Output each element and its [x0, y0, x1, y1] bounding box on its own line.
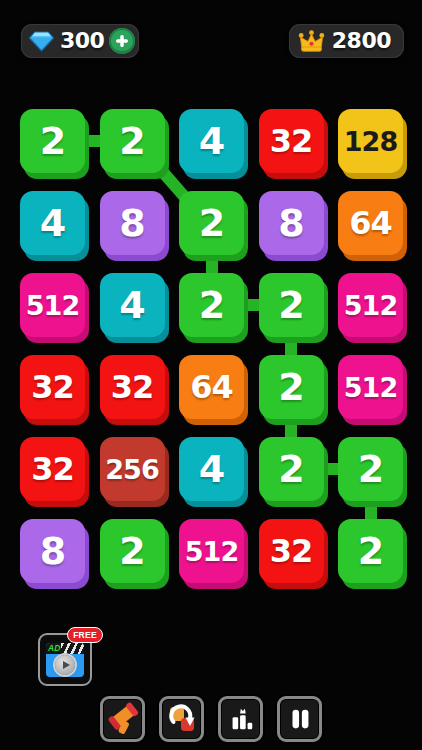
tile-r4c3-value-64[interactable]: 64: [179, 355, 244, 419]
leaderboard-crown-icon: [226, 704, 256, 734]
board: 2243212848286451242251232326425123225642…: [0, 0, 422, 620]
hammer-icon: [106, 702, 140, 736]
tile-r1c1-value-2[interactable]: 2: [20, 109, 85, 173]
pause-button[interactable]: [277, 696, 322, 742]
swap-powerup-button[interactable]: [159, 696, 204, 742]
tile-r3c3-value-2[interactable]: 2: [179, 273, 244, 337]
tile-r6c2-value-2[interactable]: 2: [100, 519, 165, 583]
watch-ad-button[interactable]: AD FREE: [38, 633, 92, 686]
pause-icon: [285, 704, 315, 734]
tile-r4c1-value-32[interactable]: 32: [20, 355, 85, 419]
tile-r5c4-value-2[interactable]: 2: [259, 437, 324, 501]
hammer-powerup-button[interactable]: [100, 696, 145, 742]
toolbar: [100, 696, 322, 742]
tile-r4c2-value-32[interactable]: 32: [100, 355, 165, 419]
leaderboard-button[interactable]: [218, 696, 263, 742]
tile-r6c1-value-8[interactable]: 8: [20, 519, 85, 583]
tile-r3c4-value-2[interactable]: 2: [259, 273, 324, 337]
clapperboard-stripes: [61, 643, 84, 654]
tile-r2c1-value-4[interactable]: 4: [20, 191, 85, 255]
tile-r2c3-value-2[interactable]: 2: [179, 191, 244, 255]
tile-r3c1-value-512[interactable]: 512: [20, 273, 85, 337]
play-lens-icon: [55, 655, 75, 675]
ad-label: AD: [46, 643, 60, 654]
tile-r6c3-value-512[interactable]: 512: [179, 519, 244, 583]
tile-r2c4-value-8[interactable]: 8: [259, 191, 324, 255]
video-ad-icon: AD: [46, 643, 84, 677]
tile-r1c4-value-32[interactable]: 32: [259, 109, 324, 173]
tile-r1c5-value-128[interactable]: 128: [338, 109, 403, 173]
tile-r2c2-value-8[interactable]: 8: [100, 191, 165, 255]
tile-r3c2-value-4[interactable]: 4: [100, 273, 165, 337]
tile-r4c4-value-2[interactable]: 2: [259, 355, 324, 419]
swap-tiles-icon: [166, 703, 198, 735]
tile-r5c5-value-2[interactable]: 2: [338, 437, 403, 501]
tile-r5c1-value-32[interactable]: 32: [20, 437, 85, 501]
tile-r5c3-value-4[interactable]: 4: [179, 437, 244, 501]
tile-r3c5-value-512[interactable]: 512: [338, 273, 403, 337]
free-badge: FREE: [67, 627, 103, 643]
tile-r6c5-value-2[interactable]: 2: [338, 519, 403, 583]
game-screen: 300 2800 22432128482864512422512323264: [0, 0, 422, 750]
tile-r2c5-value-64[interactable]: 64: [338, 191, 403, 255]
tile-r1c3-value-4[interactable]: 4: [179, 109, 244, 173]
tile-r6c4-value-32[interactable]: 32: [259, 519, 324, 583]
tile-r1c2-value-2[interactable]: 2: [100, 109, 165, 173]
tile-r5c2-value-256[interactable]: 256: [100, 437, 165, 501]
tile-r4c5-value-512[interactable]: 512: [338, 355, 403, 419]
